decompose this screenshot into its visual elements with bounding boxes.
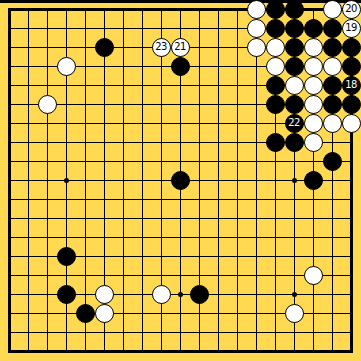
white-stone[interactable]: 19 xyxy=(342,19,361,38)
move-number-label: 18 xyxy=(345,80,357,90)
black-stone[interactable] xyxy=(171,171,190,190)
white-stone[interactable] xyxy=(57,57,76,76)
move-number-label: 19 xyxy=(345,23,357,33)
white-stone[interactable] xyxy=(266,57,285,76)
white-stone[interactable] xyxy=(266,38,285,57)
black-stone[interactable] xyxy=(266,133,285,152)
black-stone[interactable] xyxy=(342,57,361,76)
white-stone[interactable]: 21 xyxy=(171,38,190,57)
white-stone[interactable] xyxy=(342,114,361,133)
white-stone[interactable] xyxy=(247,0,266,19)
black-stone[interactable] xyxy=(323,76,342,95)
black-stone[interactable] xyxy=(323,152,342,171)
black-stone[interactable] xyxy=(266,76,285,95)
white-stone[interactable]: 20 xyxy=(342,0,361,19)
top-frame-line xyxy=(0,0,361,3)
star-point xyxy=(178,292,183,297)
move-number-label: 22 xyxy=(288,118,300,128)
white-stone[interactable] xyxy=(38,95,57,114)
white-stone[interactable] xyxy=(304,95,323,114)
white-stone[interactable] xyxy=(304,38,323,57)
white-stone[interactable] xyxy=(247,38,266,57)
grid-line-vertical xyxy=(256,8,257,353)
black-stone[interactable] xyxy=(171,57,190,76)
black-stone[interactable] xyxy=(76,304,95,323)
white-stone[interactable] xyxy=(285,76,304,95)
black-stone[interactable] xyxy=(57,285,76,304)
star-point xyxy=(64,178,69,183)
star-point xyxy=(292,292,297,297)
grid-line-horizontal xyxy=(8,332,353,333)
white-stone[interactable] xyxy=(152,285,171,304)
grid-line-horizontal xyxy=(8,218,353,219)
star-point xyxy=(292,178,297,183)
black-stone[interactable] xyxy=(342,38,361,57)
black-stone[interactable] xyxy=(57,247,76,266)
grid-line-horizontal xyxy=(8,199,353,200)
black-stone[interactable]: 22 xyxy=(285,114,304,133)
white-stone[interactable] xyxy=(323,57,342,76)
black-stone[interactable] xyxy=(266,19,285,38)
grid-line-horizontal xyxy=(8,275,353,276)
white-stone[interactable] xyxy=(304,133,323,152)
black-stone[interactable] xyxy=(285,0,304,19)
black-stone[interactable] xyxy=(285,38,304,57)
go-board[interactable]: 201923211822 xyxy=(0,0,361,361)
white-stone[interactable] xyxy=(304,114,323,133)
black-stone[interactable] xyxy=(304,171,323,190)
white-stone[interactable] xyxy=(323,0,342,19)
black-stone[interactable] xyxy=(323,19,342,38)
black-stone[interactable] xyxy=(266,0,285,19)
move-number-label: 20 xyxy=(345,4,357,14)
move-number-label: 23 xyxy=(155,42,167,52)
grid-line-vertical xyxy=(218,8,219,353)
grid-line-vertical xyxy=(237,8,238,353)
black-stone[interactable] xyxy=(266,95,285,114)
move-number-label: 21 xyxy=(174,42,186,52)
black-stone[interactable] xyxy=(323,38,342,57)
white-stone[interactable]: 23 xyxy=(152,38,171,57)
black-stone[interactable] xyxy=(342,95,361,114)
black-stone[interactable] xyxy=(285,95,304,114)
grid-line-horizontal xyxy=(8,237,353,238)
white-stone[interactable] xyxy=(285,304,304,323)
black-stone[interactable] xyxy=(323,95,342,114)
white-stone[interactable] xyxy=(323,114,342,133)
black-stone[interactable] xyxy=(285,57,304,76)
white-stone[interactable] xyxy=(304,266,323,285)
black-stone[interactable] xyxy=(190,285,209,304)
white-stone[interactable] xyxy=(95,285,114,304)
black-stone[interactable] xyxy=(285,133,304,152)
black-stone[interactable] xyxy=(304,19,323,38)
white-stone[interactable] xyxy=(95,304,114,323)
black-stone[interactable] xyxy=(285,19,304,38)
white-stone[interactable] xyxy=(304,76,323,95)
black-stone[interactable] xyxy=(95,38,114,57)
grid-line-horizontal xyxy=(8,350,353,353)
white-stone[interactable] xyxy=(304,57,323,76)
black-stone[interactable]: 18 xyxy=(342,76,361,95)
white-stone[interactable] xyxy=(247,19,266,38)
